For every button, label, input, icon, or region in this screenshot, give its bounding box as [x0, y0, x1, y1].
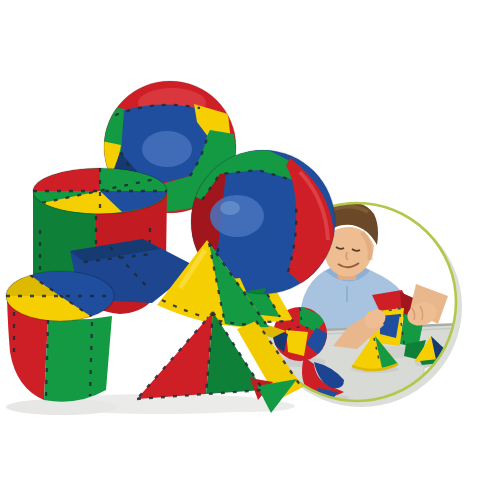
scene — [0, 0, 500, 500]
cylinder-small — [6, 271, 114, 402]
blue-specular — [220, 201, 240, 215]
blue-highlight — [142, 131, 192, 167]
shadow — [205, 400, 295, 412]
product-photo-toy-shapes — [0, 0, 500, 500]
side-green — [44, 316, 112, 402]
blue-highlight — [210, 195, 264, 237]
